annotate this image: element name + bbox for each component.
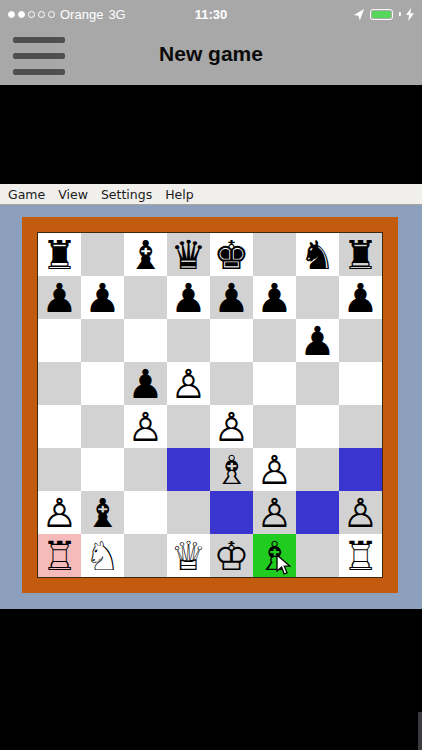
status-left: Orange 3G — [0, 7, 126, 22]
black-pawn: ♟ — [38, 276, 81, 319]
square-b2[interactable]: ♝ — [81, 491, 124, 534]
square-h6[interactable] — [339, 319, 382, 362]
square-f7[interactable]: ♟ — [253, 276, 296, 319]
black-pawn: ♟ — [296, 319, 339, 362]
white-knight: ♘ — [81, 534, 124, 577]
charging-bolt-icon — [406, 8, 414, 21]
bottom-black-area — [0, 609, 422, 750]
white-pawn: ♙ — [210, 405, 253, 448]
location-arrow-icon — [352, 8, 365, 21]
square-b3[interactable] — [81, 448, 124, 491]
square-a7[interactable]: ♟ — [38, 276, 81, 319]
square-e4[interactable]: ♙ — [210, 405, 253, 448]
square-g4[interactable] — [296, 405, 339, 448]
black-bishop: ♝ — [124, 233, 167, 276]
square-f3[interactable]: ♙ — [253, 448, 296, 491]
square-c5[interactable]: ♟ — [124, 362, 167, 405]
square-e5[interactable] — [210, 362, 253, 405]
white-queen: ♕ — [167, 534, 210, 577]
board-frame: ♜♝♛♚♞♜♟♟♟♟♟♟♟♟♙♙♙♗♙♙♝♙♙♖♘♕♔♗♖ — [22, 217, 398, 593]
white-pawn: ♙ — [253, 448, 296, 491]
square-d5[interactable]: ♙ — [167, 362, 210, 405]
black-rook: ♜ — [38, 233, 81, 276]
page-title: New game — [0, 42, 422, 66]
top-black-area — [0, 85, 422, 184]
menu-item-help[interactable]: Help — [165, 187, 194, 202]
square-c7[interactable] — [124, 276, 167, 319]
square-c6[interactable] — [124, 319, 167, 362]
black-knight: ♞ — [296, 233, 339, 276]
menu-item-settings[interactable]: Settings — [101, 187, 152, 202]
square-e7[interactable]: ♟ — [210, 276, 253, 319]
black-queen: ♛ — [167, 233, 210, 276]
square-a4[interactable] — [38, 405, 81, 448]
square-e1[interactable]: ♔ — [210, 534, 253, 577]
square-h3[interactable] — [339, 448, 382, 491]
square-h4[interactable] — [339, 405, 382, 448]
square-d1[interactable]: ♕ — [167, 534, 210, 577]
white-pawn: ♙ — [167, 362, 210, 405]
square-e8[interactable]: ♚ — [210, 233, 253, 276]
menu-item-view[interactable]: View — [58, 187, 88, 202]
square-h7[interactable]: ♟ — [339, 276, 382, 319]
chess-board: ♜♝♛♚♞♜♟♟♟♟♟♟♟♟♙♙♙♗♙♙♝♙♙♖♘♕♔♗♖ — [37, 232, 383, 578]
square-e6[interactable] — [210, 319, 253, 362]
battery-icon — [370, 9, 393, 20]
menu-item-game[interactable]: Game — [8, 187, 45, 202]
square-d7[interactable]: ♟ — [167, 276, 210, 319]
status-right — [352, 8, 422, 21]
signal-dots — [8, 11, 55, 18]
white-pawn: ♙ — [253, 491, 296, 534]
square-a6[interactable] — [38, 319, 81, 362]
square-e3[interactable]: ♗ — [210, 448, 253, 491]
square-c2[interactable] — [124, 491, 167, 534]
square-d6[interactable] — [167, 319, 210, 362]
battery-fill — [372, 11, 391, 18]
square-c3[interactable] — [124, 448, 167, 491]
square-h5[interactable] — [339, 362, 382, 405]
signal-dot-filled — [8, 11, 15, 18]
square-e2[interactable] — [210, 491, 253, 534]
square-f5[interactable] — [253, 362, 296, 405]
square-f2[interactable]: ♙ — [253, 491, 296, 534]
square-a1[interactable]: ♖ — [38, 534, 81, 577]
square-a2[interactable]: ♙ — [38, 491, 81, 534]
white-pawn: ♙ — [38, 491, 81, 534]
scroll-corner — [418, 712, 422, 750]
signal-dot-empty — [38, 11, 45, 18]
signal-dot-empty — [28, 11, 35, 18]
square-g2[interactable] — [296, 491, 339, 534]
black-bishop: ♝ — [81, 491, 124, 534]
square-f6[interactable] — [253, 319, 296, 362]
white-king: ♔ — [210, 534, 253, 577]
white-pawn: ♙ — [339, 491, 382, 534]
square-b4[interactable] — [81, 405, 124, 448]
white-rook: ♖ — [339, 534, 382, 577]
network-label: 3G — [108, 7, 125, 22]
desktop-area: ♜♝♛♚♞♜♟♟♟♟♟♟♟♟♙♙♙♗♙♙♝♙♙♖♘♕♔♗♖ — [0, 205, 422, 609]
battery-nub — [399, 12, 401, 16]
square-g3[interactable] — [296, 448, 339, 491]
square-g6[interactable]: ♟ — [296, 319, 339, 362]
square-f8[interactable] — [253, 233, 296, 276]
black-pawn: ♟ — [167, 276, 210, 319]
black-pawn: ♟ — [253, 276, 296, 319]
square-f1[interactable]: ♗ — [253, 534, 296, 577]
square-b8[interactable] — [81, 233, 124, 276]
signal-dot-filled — [18, 11, 25, 18]
square-h8[interactable]: ♜ — [339, 233, 382, 276]
square-g7[interactable] — [296, 276, 339, 319]
square-b5[interactable] — [81, 362, 124, 405]
white-pawn: ♙ — [124, 405, 167, 448]
square-d4[interactable] — [167, 405, 210, 448]
square-c1[interactable] — [124, 534, 167, 577]
square-a3[interactable] — [38, 448, 81, 491]
square-f4[interactable] — [253, 405, 296, 448]
square-g5[interactable] — [296, 362, 339, 405]
square-d2[interactable] — [167, 491, 210, 534]
white-bishop: ♗ — [210, 448, 253, 491]
square-d3[interactable] — [167, 448, 210, 491]
square-b6[interactable] — [81, 319, 124, 362]
white-bishop: ♗ — [253, 534, 296, 577]
black-king: ♚ — [210, 233, 253, 276]
white-rook: ♖ — [38, 534, 81, 577]
square-a5[interactable] — [38, 362, 81, 405]
square-a8[interactable]: ♜ — [38, 233, 81, 276]
square-g1[interactable] — [296, 534, 339, 577]
square-d8[interactable]: ♛ — [167, 233, 210, 276]
square-h1[interactable]: ♖ — [339, 534, 382, 577]
menu-bar: GameViewSettingsHelp — [0, 184, 422, 205]
square-c4[interactable]: ♙ — [124, 405, 167, 448]
black-pawn: ♟ — [81, 276, 124, 319]
status-bar: Orange 3G 11:30 — [0, 0, 422, 28]
hamburger-bar — [13, 69, 65, 75]
square-c8[interactable]: ♝ — [124, 233, 167, 276]
square-h2[interactable]: ♙ — [339, 491, 382, 534]
black-pawn: ♟ — [210, 276, 253, 319]
black-rook: ♜ — [339, 233, 382, 276]
signal-dot-empty — [48, 11, 55, 18]
black-pawn: ♟ — [339, 276, 382, 319]
square-b7[interactable]: ♟ — [81, 276, 124, 319]
square-b1[interactable]: ♘ — [81, 534, 124, 577]
carrier-label: Orange — [60, 7, 103, 22]
nav-bar: New game — [0, 28, 422, 85]
square-g8[interactable]: ♞ — [296, 233, 339, 276]
black-pawn: ♟ — [124, 362, 167, 405]
